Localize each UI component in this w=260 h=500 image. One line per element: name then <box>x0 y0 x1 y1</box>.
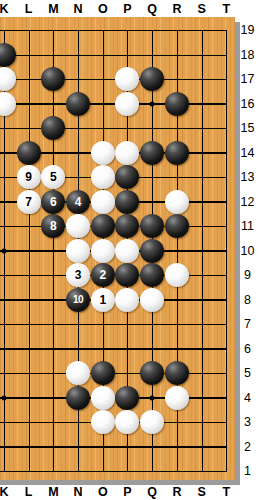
move-number: 3 <box>75 269 82 281</box>
stone-P12[interactable] <box>115 190 139 214</box>
row-label-3: 3 <box>244 415 251 429</box>
row-label-11: 11 <box>241 219 254 233</box>
col-label-R-top: R <box>172 2 181 16</box>
col-label-S-top: S <box>197 2 205 16</box>
col-label-P-bottom: P <box>123 485 131 499</box>
col-label-O-top: O <box>98 2 108 16</box>
col-label-Q-bottom: Q <box>147 485 157 499</box>
stone-K18[interactable] <box>0 43 16 67</box>
move-number: 7 <box>25 196 32 208</box>
stone-R5[interactable] <box>165 361 189 385</box>
col-label-M-bottom: M <box>48 485 58 499</box>
row-label-14: 14 <box>241 146 255 160</box>
stone-O10[interactable] <box>91 239 115 263</box>
stone-P10[interactable] <box>115 239 139 263</box>
stone-P4[interactable] <box>115 386 139 410</box>
go-diagram: KLMNOPQRST 95764832101 19181716151413121… <box>0 0 260 500</box>
go-board[interactable]: 95764832101 <box>0 17 235 480</box>
col-label-T-bottom: T <box>222 485 230 499</box>
col-label-L-bottom: L <box>25 485 33 499</box>
stone-P16[interactable] <box>115 92 139 116</box>
stone-P17[interactable] <box>115 67 139 91</box>
col-label-P-top: P <box>123 2 131 16</box>
stone-O3[interactable] <box>91 410 115 434</box>
stone-R4[interactable] <box>165 386 189 410</box>
stone-N5[interactable] <box>66 361 90 385</box>
stone-O12[interactable] <box>91 190 115 214</box>
stone-O11[interactable] <box>91 214 115 238</box>
move-number: 8 <box>50 220 57 232</box>
stone-R14[interactable] <box>165 141 189 165</box>
stone-Q10[interactable] <box>140 239 164 263</box>
stone-O13[interactable] <box>91 165 115 189</box>
row-label-4: 4 <box>244 391 251 405</box>
row-label-5: 5 <box>244 366 251 380</box>
row-label-9: 9 <box>244 268 251 282</box>
move-number: 4 <box>75 196 82 208</box>
row-label-8: 8 <box>244 293 251 307</box>
col-label-K-bottom: K <box>0 485 9 499</box>
row-label-1: 1 <box>244 464 251 478</box>
stone-Q8[interactable] <box>140 288 164 312</box>
stone-P14[interactable] <box>115 141 139 165</box>
stone-M13[interactable]: 5 <box>41 165 65 189</box>
row-label-13: 13 <box>241 170 255 184</box>
col-label-M-top: M <box>48 2 58 16</box>
col-label-S-bottom: S <box>197 485 205 499</box>
stone-R9[interactable] <box>165 263 189 287</box>
stone-P13[interactable] <box>115 165 139 189</box>
row-label-15: 15 <box>241 121 255 135</box>
row-label-16: 16 <box>241 97 255 111</box>
stone-O4[interactable] <box>91 386 115 410</box>
stone-R11[interactable] <box>165 214 189 238</box>
stone-P9[interactable] <box>115 263 139 287</box>
stone-N8[interactable]: 10 <box>66 288 90 312</box>
row-label-10: 10 <box>241 244 255 258</box>
stone-Q17[interactable] <box>140 67 164 91</box>
board-shadow-right <box>235 22 240 485</box>
row-label-17: 17 <box>241 72 255 86</box>
row-label-7: 7 <box>244 317 251 331</box>
row-label-12: 12 <box>241 195 255 209</box>
stone-L13[interactable]: 9 <box>17 165 41 189</box>
stone-P8[interactable] <box>115 288 139 312</box>
move-number: 9 <box>25 171 32 183</box>
col-label-N-bottom: N <box>74 485 83 499</box>
stone-K17[interactable] <box>0 67 16 91</box>
move-number: 10 <box>73 295 83 305</box>
stone-N11[interactable] <box>66 214 90 238</box>
col-label-N-top: N <box>74 2 83 16</box>
row-label-6: 6 <box>244 342 251 356</box>
stone-L14[interactable] <box>17 141 41 165</box>
stone-M15[interactable] <box>41 116 65 140</box>
stone-N10[interactable] <box>66 239 90 263</box>
row-label-19: 19 <box>241 23 255 37</box>
col-label-Q-top: Q <box>147 2 157 16</box>
stone-N16[interactable] <box>66 92 90 116</box>
stone-Q14[interactable] <box>140 141 164 165</box>
col-label-L-top: L <box>25 2 33 16</box>
stone-L12[interactable]: 7 <box>17 190 41 214</box>
col-label-R-bottom: R <box>172 485 181 499</box>
move-number: 5 <box>50 171 57 183</box>
stone-P11[interactable] <box>115 214 139 238</box>
stone-N9[interactable]: 3 <box>66 263 90 287</box>
stone-M11[interactable]: 8 <box>41 214 65 238</box>
row-label-2: 2 <box>244 440 251 454</box>
col-label-T-top: T <box>222 2 230 16</box>
stone-K16[interactable] <box>0 92 16 116</box>
stone-O9[interactable]: 2 <box>91 263 115 287</box>
col-label-K-top: K <box>0 2 9 16</box>
stone-O8[interactable]: 1 <box>91 288 115 312</box>
move-number: 1 <box>99 294 106 306</box>
stone-O14[interactable] <box>91 141 115 165</box>
stone-R16[interactable] <box>165 92 189 116</box>
stone-R12[interactable] <box>165 190 189 214</box>
stone-N4[interactable] <box>66 386 90 410</box>
stone-Q9[interactable] <box>140 263 164 287</box>
col-label-O-bottom: O <box>98 485 108 499</box>
move-number: 2 <box>99 269 106 281</box>
move-number: 6 <box>50 196 57 208</box>
stone-O5[interactable] <box>91 361 115 385</box>
stone-Q11[interactable] <box>140 214 164 238</box>
row-label-18: 18 <box>241 48 255 62</box>
stone-M17[interactable] <box>41 67 65 91</box>
stones-layer: 95764832101 <box>0 18 235 480</box>
stone-Q5[interactable] <box>140 361 164 385</box>
stone-Q3[interactable] <box>140 410 164 434</box>
stone-P3[interactable] <box>115 410 139 434</box>
stone-N12[interactable]: 4 <box>66 190 90 214</box>
stone-M12[interactable]: 6 <box>41 190 65 214</box>
